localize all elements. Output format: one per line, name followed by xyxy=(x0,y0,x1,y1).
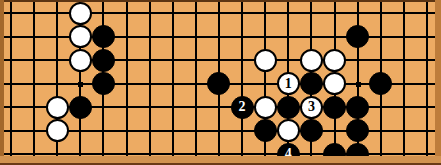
stone-black-L15-move-2: 2 xyxy=(231,96,254,119)
grid-line-vertical xyxy=(241,2,243,156)
stone-black-Q18 xyxy=(346,25,369,48)
stone-white-O17 xyxy=(300,49,323,72)
stone-white-P16 xyxy=(323,72,346,95)
stone-black-O14 xyxy=(300,119,323,142)
grid-line-vertical xyxy=(149,2,151,156)
stone-black-E16 xyxy=(92,72,115,95)
board-frame-right xyxy=(435,0,441,165)
stone-black-E18 xyxy=(92,25,115,48)
stone-white-N14 xyxy=(277,119,300,142)
stone-white-D19 xyxy=(69,2,92,25)
stone-white-P17 xyxy=(323,49,346,72)
grid-line-vertical xyxy=(10,2,12,156)
hoshi-star-point-Q16 xyxy=(356,82,361,87)
grid-line-vertical xyxy=(403,2,405,156)
stone-black-M14 xyxy=(254,119,277,142)
stone-white-D17 xyxy=(69,49,92,72)
stone-black-N15 xyxy=(277,96,300,119)
stone-black-D15 xyxy=(69,96,92,119)
stone-white-N16-move-1: 1 xyxy=(277,72,300,95)
stone-white-C15 xyxy=(46,96,69,119)
board-frame-top xyxy=(0,0,441,2)
board-frame-bottom-edge xyxy=(0,163,441,165)
grid-line-vertical xyxy=(33,2,35,156)
stone-black-O16 xyxy=(300,72,323,95)
hoshi-star-point-D16 xyxy=(78,82,83,87)
stone-black-E17 xyxy=(92,49,115,72)
grid-line-vertical xyxy=(172,2,174,156)
stone-white-C14 xyxy=(46,119,69,142)
grid-line-vertical xyxy=(426,2,428,156)
stone-white-M17 xyxy=(254,49,277,72)
stone-black-K16 xyxy=(207,72,230,95)
grid-line-vertical xyxy=(126,2,128,156)
stone-white-O15-move-3: 3 xyxy=(300,96,323,119)
board-frame-bottom xyxy=(0,156,441,163)
grid-line-vertical xyxy=(195,2,197,156)
board-frame-left xyxy=(0,0,4,165)
stone-black-R16 xyxy=(369,72,392,95)
stone-white-M15 xyxy=(254,96,277,119)
stone-black-Q14 xyxy=(346,119,369,142)
go-board-diagram: 1234 xyxy=(0,0,441,165)
stone-black-P15 xyxy=(323,96,346,119)
stone-black-Q15 xyxy=(346,96,369,119)
stone-white-D18 xyxy=(69,25,92,48)
